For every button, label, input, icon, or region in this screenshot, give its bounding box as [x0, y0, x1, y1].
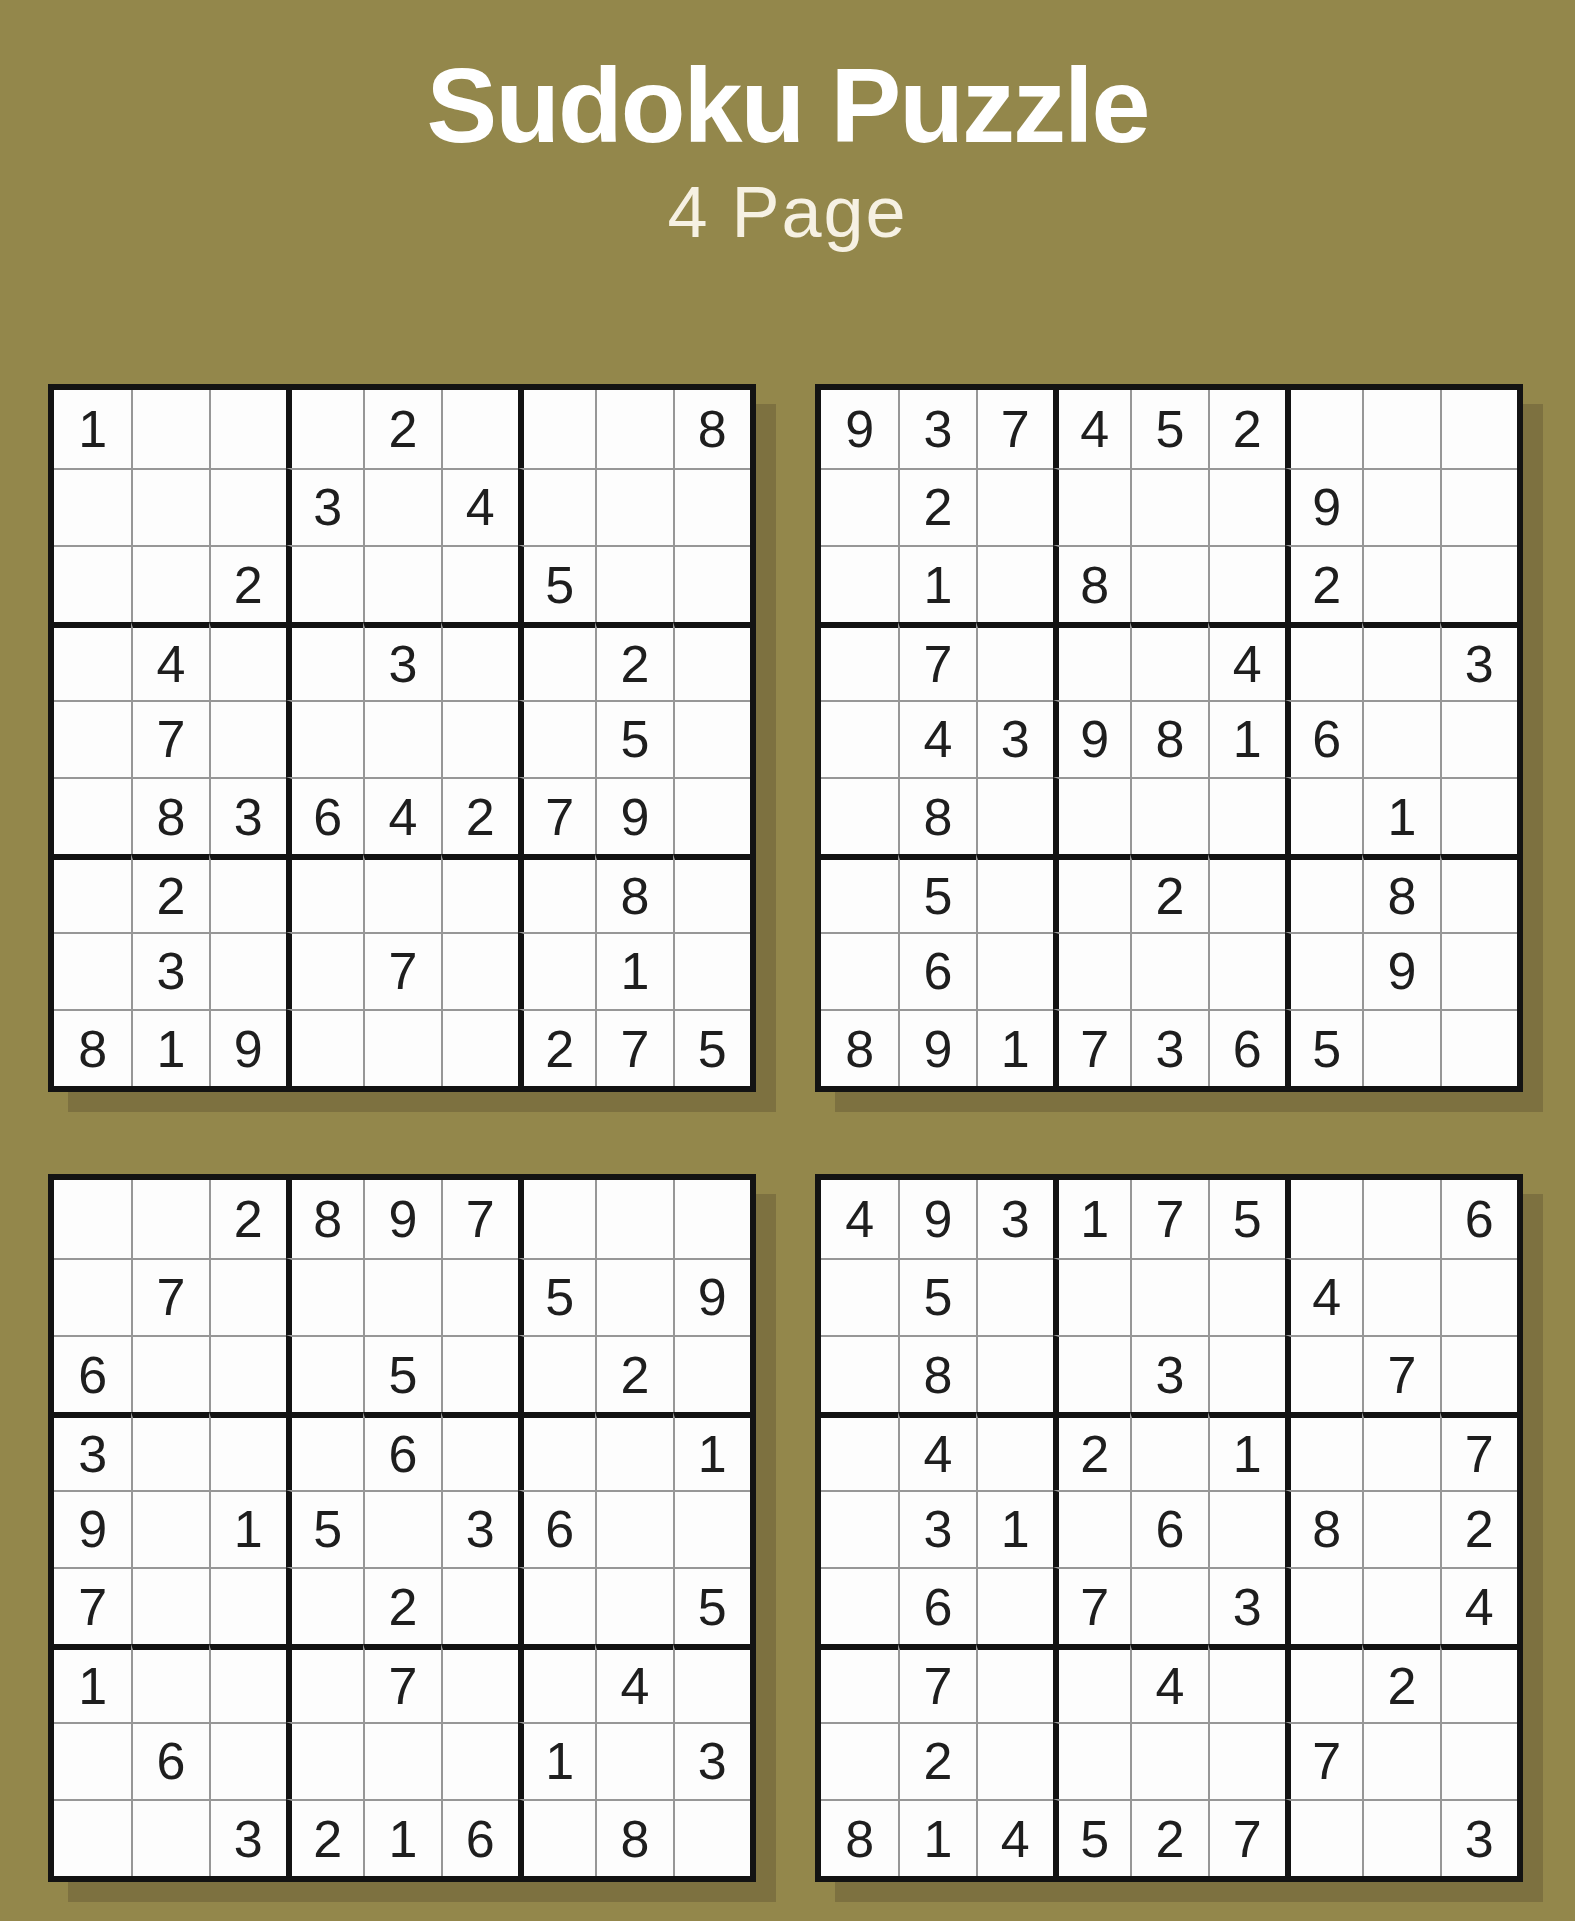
sudoku-cell: 3 — [1440, 622, 1517, 699]
sudoku-cell: 7 — [518, 777, 595, 854]
sudoku-cell: 7 — [363, 932, 440, 1009]
sudoku-cell: 6 — [1285, 700, 1362, 777]
sudoku-cell — [1208, 1490, 1285, 1567]
sudoku-cell — [286, 390, 363, 467]
sudoku-cell: 1 — [673, 1412, 750, 1489]
sudoku-cell: 6 — [54, 1335, 131, 1412]
sudoku-board-top-right: 9374522918274343981681528698917365 — [815, 384, 1523, 1092]
sudoku-cell: 8 — [898, 777, 975, 854]
sudoku-cell: 1 — [1208, 1412, 1285, 1489]
sudoku-cell — [821, 932, 898, 1009]
sudoku-cell — [673, 468, 750, 545]
sudoku-cell: 7 — [363, 1644, 440, 1721]
sudoku-cell: 7 — [131, 700, 208, 777]
sudoku-cell — [673, 1490, 750, 1567]
sudoku-cell — [673, 932, 750, 1009]
sudoku-cell — [976, 468, 1053, 545]
sudoku-cell: 4 — [1208, 622, 1285, 699]
sudoku-cell: 2 — [209, 1180, 286, 1257]
sudoku-cell — [441, 700, 518, 777]
sudoku-cell: 9 — [1053, 700, 1130, 777]
sudoku-cell — [54, 700, 131, 777]
sudoku-cell — [286, 1567, 363, 1644]
sudoku-cell — [1208, 1644, 1285, 1721]
sudoku-cell — [821, 700, 898, 777]
sudoku-cell: 5 — [1208, 1180, 1285, 1257]
sudoku-cell — [1362, 1567, 1439, 1644]
sudoku-cell — [1053, 1335, 1130, 1412]
sudoku-cell — [209, 1644, 286, 1721]
sudoku-cell: 7 — [441, 1180, 518, 1257]
sudoku-cell — [821, 1412, 898, 1489]
sudoku-cell: 5 — [1130, 390, 1207, 467]
sudoku-cell — [363, 1490, 440, 1567]
page: Sudoku Puzzle 4 Page 1283425432758364279… — [0, 0, 1575, 1921]
sudoku-cell: 3 — [898, 1490, 975, 1567]
puzzle-grid-container: 128342543275836427928371819275 937452291… — [0, 384, 1575, 1882]
sudoku-cell — [595, 1722, 672, 1799]
sudoku-cell — [1440, 777, 1517, 854]
sudoku-cell: 7 — [898, 622, 975, 699]
sudoku-cell — [286, 1412, 363, 1489]
sudoku-cell — [1285, 1799, 1362, 1876]
sudoku-cell — [1362, 1412, 1439, 1489]
sudoku-cell — [1053, 1258, 1130, 1335]
sudoku-cell — [131, 468, 208, 545]
sudoku-cell — [518, 854, 595, 931]
sudoku-cell: 5 — [673, 1567, 750, 1644]
sudoku-cell: 2 — [209, 545, 286, 622]
sudoku-cell — [441, 1644, 518, 1721]
sudoku-cell — [1362, 390, 1439, 467]
sudoku-cell — [1130, 622, 1207, 699]
sudoku-cell — [1440, 1009, 1517, 1086]
sudoku-cell — [1130, 545, 1207, 622]
sudoku-cell — [821, 1567, 898, 1644]
sudoku-cell: 9 — [898, 1180, 975, 1257]
sudoku-cell: 7 — [1285, 1722, 1362, 1799]
sudoku-cell: 5 — [363, 1335, 440, 1412]
sudoku-cell: 2 — [1130, 1799, 1207, 1876]
sudoku-cell: 9 — [595, 777, 672, 854]
sudoku-cell — [286, 700, 363, 777]
sudoku-cell: 2 — [1130, 854, 1207, 931]
sudoku-cell: 9 — [209, 1009, 286, 1086]
sudoku-cell — [1285, 1335, 1362, 1412]
sudoku-cell — [976, 854, 1053, 931]
sudoku-cell: 9 — [363, 1180, 440, 1257]
sudoku-cell — [1053, 932, 1130, 1009]
sudoku-cell — [976, 1412, 1053, 1489]
sudoku-cell — [441, 1009, 518, 1086]
sudoku-cell — [1362, 1180, 1439, 1257]
sudoku-cell: 3 — [898, 390, 975, 467]
sudoku-cell — [821, 622, 898, 699]
sudoku-cell: 9 — [1362, 932, 1439, 1009]
sudoku-cell — [131, 1644, 208, 1721]
sudoku-cell: 8 — [54, 1009, 131, 1086]
sudoku-cell — [363, 700, 440, 777]
sudoku-cell — [441, 1722, 518, 1799]
sudoku-cell — [441, 932, 518, 1009]
sudoku-cell: 4 — [898, 700, 975, 777]
sudoku-cell — [673, 700, 750, 777]
sudoku-cell: 8 — [595, 1799, 672, 1876]
sudoku-cell — [1285, 622, 1362, 699]
sudoku-cell: 2 — [518, 1009, 595, 1086]
sudoku-cell — [1440, 390, 1517, 467]
sudoku-cell: 5 — [898, 1258, 975, 1335]
sudoku-cell: 3 — [209, 777, 286, 854]
sudoku-cell — [363, 1258, 440, 1335]
sudoku-cell — [821, 1335, 898, 1412]
sudoku-cell — [518, 1335, 595, 1412]
sudoku-cell — [286, 545, 363, 622]
sudoku-cell: 1 — [595, 932, 672, 1009]
sudoku-cell: 2 — [595, 1335, 672, 1412]
sudoku-cell — [673, 1799, 750, 1876]
sudoku-cell: 6 — [1440, 1180, 1517, 1257]
sudoku-cell: 3 — [1440, 1799, 1517, 1876]
sudoku-cell — [518, 1567, 595, 1644]
sudoku-cell — [518, 468, 595, 545]
sudoku-cell: 3 — [1130, 1335, 1207, 1412]
sudoku-cell: 6 — [1208, 1009, 1285, 1086]
sudoku-cell: 2 — [1362, 1644, 1439, 1721]
sudoku-cell — [1053, 777, 1130, 854]
sudoku-cell: 7 — [131, 1258, 208, 1335]
sudoku-cell: 3 — [673, 1722, 750, 1799]
sudoku-cell: 4 — [131, 622, 208, 699]
sudoku-cell — [1362, 1799, 1439, 1876]
sudoku-cell — [821, 1722, 898, 1799]
sudoku-cell: 8 — [1130, 700, 1207, 777]
sudoku-cell — [976, 932, 1053, 1009]
sudoku-cell — [131, 1799, 208, 1876]
sudoku-cell: 1 — [1362, 777, 1439, 854]
sudoku-cell: 1 — [54, 1644, 131, 1721]
sudoku-cell — [1440, 1722, 1517, 1799]
sudoku-cell — [595, 1180, 672, 1257]
sudoku-cell — [1362, 1490, 1439, 1567]
sudoku-cell — [595, 545, 672, 622]
sudoku-cell: 3 — [441, 1490, 518, 1567]
sudoku-cell — [976, 1335, 1053, 1412]
sudoku-cell: 6 — [898, 1567, 975, 1644]
sudoku-cell — [673, 545, 750, 622]
sudoku-cell — [673, 1335, 750, 1412]
sudoku-cell — [518, 1412, 595, 1489]
sudoku-cell — [1440, 1644, 1517, 1721]
sudoku-cell: 5 — [673, 1009, 750, 1086]
sudoku-cell — [54, 854, 131, 931]
sudoku-cell — [1285, 932, 1362, 1009]
sudoku-cell: 6 — [518, 1490, 595, 1567]
sudoku-cell — [1440, 854, 1517, 931]
sudoku-cell: 5 — [518, 545, 595, 622]
sudoku-cell — [131, 390, 208, 467]
sudoku-cell — [1285, 1567, 1362, 1644]
sudoku-cell — [1440, 1258, 1517, 1335]
sudoku-cell: 6 — [898, 932, 975, 1009]
sudoku-cell — [209, 622, 286, 699]
sudoku-cell — [518, 932, 595, 1009]
sudoku-cell — [54, 777, 131, 854]
sudoku-cell — [1440, 1335, 1517, 1412]
sudoku-cell: 5 — [1053, 1799, 1130, 1876]
sudoku-cell — [441, 545, 518, 622]
sudoku-cell: 6 — [286, 777, 363, 854]
sudoku-cell: 3 — [976, 1180, 1053, 1257]
sudoku-cell — [131, 1335, 208, 1412]
sudoku-cell: 2 — [595, 622, 672, 699]
sudoku-board-bottom-left: 28977596523619153672517461332168 — [48, 1174, 756, 1882]
sudoku-cell — [1285, 1644, 1362, 1721]
sudoku-cell: 2 — [363, 1567, 440, 1644]
sudoku-cell: 1 — [898, 1799, 975, 1876]
sudoku-cell — [286, 1335, 363, 1412]
sudoku-cell — [976, 1722, 1053, 1799]
sudoku-cell: 4 — [976, 1799, 1053, 1876]
sudoku-cell — [976, 1644, 1053, 1721]
sudoku-cell — [1130, 468, 1207, 545]
sudoku-cell: 2 — [131, 854, 208, 931]
sudoku-cell — [976, 1567, 1053, 1644]
sudoku-cell — [1362, 468, 1439, 545]
sudoku-cell: 7 — [898, 1644, 975, 1721]
sudoku-cell — [1285, 854, 1362, 931]
sudoku-cell: 2 — [1285, 545, 1362, 622]
sudoku-cell — [363, 1722, 440, 1799]
sudoku-cell: 9 — [821, 390, 898, 467]
sudoku-cell — [1362, 1258, 1439, 1335]
sudoku-cell — [209, 468, 286, 545]
sudoku-cell — [209, 1258, 286, 1335]
sudoku-cell: 3 — [131, 932, 208, 1009]
sudoku-cell: 4 — [363, 777, 440, 854]
sudoku-cell — [518, 1799, 595, 1876]
sudoku-cell: 1 — [976, 1009, 1053, 1086]
sudoku-cell: 9 — [898, 1009, 975, 1086]
sudoku-cell: 6 — [363, 1412, 440, 1489]
sudoku-cell — [673, 854, 750, 931]
sudoku-cell — [1208, 932, 1285, 1009]
sudoku-cell — [131, 1490, 208, 1567]
sudoku-cell: 3 — [1208, 1567, 1285, 1644]
sudoku-cell — [54, 932, 131, 1009]
sudoku-cell — [821, 777, 898, 854]
sudoku-cell — [209, 700, 286, 777]
sudoku-cell: 2 — [1208, 390, 1285, 467]
sudoku-cell: 8 — [1362, 854, 1439, 931]
sudoku-cell — [1285, 1412, 1362, 1489]
sudoku-cell — [441, 1335, 518, 1412]
sudoku-cell — [1053, 468, 1130, 545]
sudoku-cell — [441, 1258, 518, 1335]
sudoku-cell — [131, 1567, 208, 1644]
sudoku-cell — [1285, 390, 1362, 467]
sudoku-cell — [1053, 622, 1130, 699]
sudoku-cell: 3 — [976, 700, 1053, 777]
sudoku-cell — [1208, 1335, 1285, 1412]
sudoku-cell — [1362, 1722, 1439, 1799]
sudoku-cell — [595, 390, 672, 467]
sudoku-cell: 7 — [1440, 1412, 1517, 1489]
sudoku-cell — [441, 854, 518, 931]
sudoku-cell — [209, 1412, 286, 1489]
sudoku-cell — [595, 1490, 672, 1567]
sudoku-cell — [54, 545, 131, 622]
sudoku-cell — [1208, 545, 1285, 622]
sudoku-cell — [209, 1335, 286, 1412]
sudoku-cell: 8 — [821, 1799, 898, 1876]
sudoku-cell: 5 — [898, 854, 975, 931]
sudoku-cell — [595, 1258, 672, 1335]
sudoku-cell: 2 — [441, 777, 518, 854]
header: Sudoku Puzzle 4 Page — [0, 0, 1575, 252]
sudoku-cell: 5 — [595, 700, 672, 777]
sudoku-cell — [286, 1258, 363, 1335]
sudoku-cell — [518, 1180, 595, 1257]
sudoku-cell — [209, 932, 286, 1009]
sudoku-cell — [821, 468, 898, 545]
sudoku-cell — [1130, 1567, 1207, 1644]
sudoku-cell: 2 — [898, 468, 975, 545]
sudoku-cell: 7 — [595, 1009, 672, 1086]
sudoku-cell — [441, 390, 518, 467]
sudoku-cell — [595, 1567, 672, 1644]
sudoku-cell: 7 — [1053, 1009, 1130, 1086]
sudoku-cell: 7 — [1208, 1799, 1285, 1876]
sudoku-cell — [1130, 1258, 1207, 1335]
sudoku-cell: 5 — [518, 1258, 595, 1335]
sudoku-cell — [1053, 854, 1130, 931]
sudoku-cell: 9 — [673, 1258, 750, 1335]
sudoku-cell — [1362, 1009, 1439, 1086]
sudoku-cell — [976, 622, 1053, 699]
sudoku-cell: 1 — [898, 545, 975, 622]
sudoku-cell — [441, 622, 518, 699]
sudoku-cell: 4 — [595, 1644, 672, 1721]
sudoku-cell — [286, 622, 363, 699]
sudoku-cell: 1 — [363, 1799, 440, 1876]
sudoku-cell: 8 — [131, 777, 208, 854]
sudoku-cell — [821, 854, 898, 931]
sudoku-cell — [1285, 1180, 1362, 1257]
sudoku-cell: 4 — [1285, 1258, 1362, 1335]
sudoku-cell: 2 — [363, 390, 440, 467]
sudoku-cell: 7 — [1362, 1335, 1439, 1412]
sudoku-cell: 1 — [54, 390, 131, 467]
sudoku-cell — [976, 1258, 1053, 1335]
sudoku-cell: 4 — [1130, 1644, 1207, 1721]
sudoku-board-bottom-right: 4931756548374217316826734742278145273 — [815, 1174, 1523, 1882]
sudoku-cell: 8 — [286, 1180, 363, 1257]
sudoku-cell — [1440, 932, 1517, 1009]
sudoku-cell — [518, 622, 595, 699]
sudoku-cell — [1208, 1722, 1285, 1799]
sudoku-cell: 4 — [821, 1180, 898, 1257]
sudoku-cell: 7 — [1053, 1567, 1130, 1644]
sudoku-cell — [673, 777, 750, 854]
sudoku-cell — [441, 1567, 518, 1644]
sudoku-cell: 9 — [1285, 468, 1362, 545]
sudoku-cell: 4 — [441, 468, 518, 545]
sudoku-cell: 4 — [1440, 1567, 1517, 1644]
sudoku-cell — [131, 1180, 208, 1257]
sudoku-cell — [976, 545, 1053, 622]
sudoku-cell: 1 — [976, 1490, 1053, 1567]
sudoku-cell — [1130, 1722, 1207, 1799]
sudoku-cell — [54, 1258, 131, 1335]
sudoku-cell — [821, 1644, 898, 1721]
sudoku-cell: 7 — [54, 1567, 131, 1644]
sudoku-cell — [209, 1567, 286, 1644]
sudoku-cell — [131, 1412, 208, 1489]
sudoku-cell: 1 — [1208, 700, 1285, 777]
sudoku-cell: 7 — [1130, 1180, 1207, 1257]
sudoku-cell — [209, 854, 286, 931]
sudoku-cell: 6 — [1130, 1490, 1207, 1567]
sudoku-cell — [1053, 1644, 1130, 1721]
sudoku-cell — [1130, 932, 1207, 1009]
sudoku-cell — [673, 622, 750, 699]
sudoku-cell — [821, 1490, 898, 1567]
sudoku-cell — [286, 932, 363, 1009]
sudoku-cell: 1 — [1053, 1180, 1130, 1257]
sudoku-cell — [1053, 1490, 1130, 1567]
sudoku-cell — [1053, 1722, 1130, 1799]
sudoku-cell — [595, 1412, 672, 1489]
sudoku-cell — [1362, 545, 1439, 622]
sudoku-cell — [1362, 700, 1439, 777]
sudoku-cell: 8 — [673, 390, 750, 467]
sudoku-cell: 2 — [286, 1799, 363, 1876]
sudoku-cell: 8 — [821, 1009, 898, 1086]
sudoku-cell — [363, 468, 440, 545]
page-title: Sudoku Puzzle — [0, 50, 1575, 161]
sudoku-cell — [1208, 777, 1285, 854]
sudoku-cell: 3 — [286, 468, 363, 545]
sudoku-cell — [1285, 777, 1362, 854]
sudoku-cell — [1440, 545, 1517, 622]
sudoku-cell — [286, 854, 363, 931]
sudoku-cell: 4 — [1053, 390, 1130, 467]
sudoku-cell: 2 — [1440, 1490, 1517, 1567]
sudoku-cell — [1440, 700, 1517, 777]
sudoku-cell: 6 — [441, 1799, 518, 1876]
sudoku-cell — [286, 1722, 363, 1799]
sudoku-cell: 4 — [898, 1412, 975, 1489]
sudoku-cell: 1 — [518, 1722, 595, 1799]
sudoku-cell — [1208, 1258, 1285, 1335]
sudoku-cell: 8 — [1285, 1490, 1362, 1567]
sudoku-cell — [595, 468, 672, 545]
sudoku-cell — [976, 777, 1053, 854]
sudoku-cell — [821, 1258, 898, 1335]
sudoku-cell — [1362, 622, 1439, 699]
sudoku-cell: 5 — [1285, 1009, 1362, 1086]
sudoku-cell — [54, 622, 131, 699]
sudoku-cell: 3 — [363, 622, 440, 699]
sudoku-cell: 3 — [54, 1412, 131, 1489]
sudoku-cell: 7 — [976, 390, 1053, 467]
sudoku-cell — [1208, 854, 1285, 931]
sudoku-cell — [1130, 777, 1207, 854]
sudoku-cell — [673, 1644, 750, 1721]
sudoku-cell: 3 — [1130, 1009, 1207, 1086]
sudoku-cell: 8 — [1053, 545, 1130, 622]
